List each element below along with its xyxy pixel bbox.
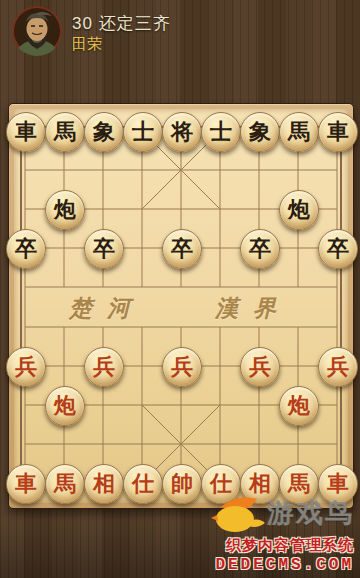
piece-black-cannon[interactable]: 炮 (279, 190, 319, 230)
piece-red-horse[interactable]: 馬 (45, 464, 85, 504)
piece-red-soldier[interactable]: 兵 (84, 347, 124, 387)
piece-red-elephant[interactable]: 相 (84, 464, 124, 504)
bird-logo-icon (211, 491, 267, 535)
piece-black-advisor[interactable]: 士 (201, 112, 241, 152)
piece-black-chariot[interactable]: 車 (6, 112, 46, 152)
piece-red-general[interactable]: 帥 (162, 464, 202, 504)
board[interactable]: 楚河 漢界 車馬象士将士象馬車炮炮卒卒卒卒卒兵兵兵兵兵炮炮車馬相仕帥仕相馬車 (8, 103, 354, 509)
piece-black-advisor[interactable]: 士 (123, 112, 163, 152)
piece-red-soldier[interactable]: 兵 (318, 347, 358, 387)
piece-black-cannon[interactable]: 炮 (45, 190, 85, 230)
watermark-domain: DEDECMS.COM (211, 556, 354, 574)
player-name: 田荣 (72, 35, 102, 54)
piece-red-chariot[interactable]: 車 (6, 464, 46, 504)
river-label-han: 漢界 (215, 293, 291, 324)
player-avatar[interactable] (12, 6, 62, 56)
piece-red-soldier[interactable]: 兵 (6, 347, 46, 387)
piece-red-cannon[interactable]: 炮 (45, 386, 85, 426)
piece-black-horse[interactable]: 馬 (45, 112, 85, 152)
piece-red-advisor[interactable]: 仕 (123, 464, 163, 504)
river-label-chu: 楚河 (69, 293, 145, 324)
piece-black-horse[interactable]: 馬 (279, 112, 319, 152)
piece-black-elephant[interactable]: 象 (84, 112, 124, 152)
piece-black-elephant[interactable]: 象 (240, 112, 280, 152)
board-grid (9, 104, 353, 508)
piece-red-soldier[interactable]: 兵 (240, 347, 280, 387)
stage-title: 30 还定三齐 (72, 12, 171, 35)
top-bar: 30 还定三齐 田荣 (0, 0, 360, 70)
piece-black-chariot[interactable]: 車 (318, 112, 358, 152)
piece-black-general[interactable]: 将 (162, 112, 202, 152)
watermark-subtitle: 织梦内容管理系统 (211, 536, 354, 555)
game-screen: 30 还定三齐 田荣 楚河 漢界 車馬象士将士象馬車炮炮卒卒卒卒卒兵兵兵兵兵 (0, 0, 360, 578)
piece-red-cannon[interactable]: 炮 (279, 386, 319, 426)
watermark: 游戏鸟 织梦内容管理系统 DEDECMS.COM (211, 491, 354, 574)
piece-red-soldier[interactable]: 兵 (162, 347, 202, 387)
watermark-site-name: 游戏鸟 (267, 495, 354, 531)
